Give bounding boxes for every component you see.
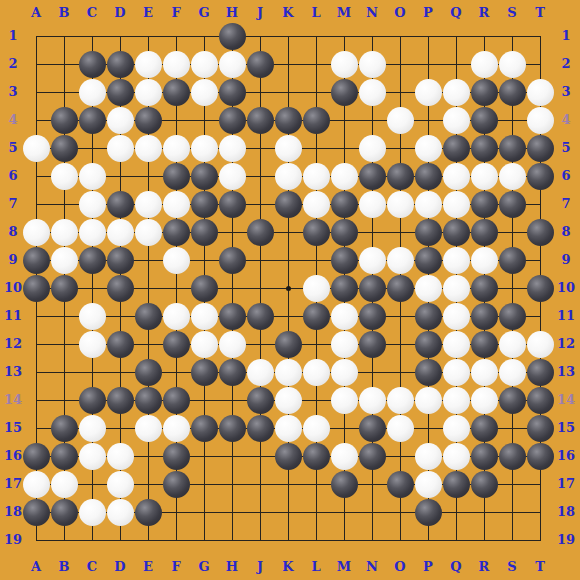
- stone-black: [415, 499, 442, 526]
- stone-white: [107, 135, 134, 162]
- stone-black: [527, 415, 554, 442]
- coord-label-right-1: 1: [553, 28, 579, 44]
- stone-white: [79, 79, 106, 106]
- go-board[interactable]: [0, 0, 580, 580]
- coord-label-top-F: F: [163, 5, 189, 21]
- stone-white: [275, 135, 302, 162]
- stone-black: [331, 275, 358, 302]
- stone-white: [163, 51, 190, 78]
- stone-black: [135, 387, 162, 414]
- stone-black: [107, 387, 134, 414]
- stone-white: [471, 247, 498, 274]
- stone-white: [79, 191, 106, 218]
- stone-black: [415, 247, 442, 274]
- coord-label-bottom-L: L: [303, 559, 329, 575]
- stone-black: [163, 219, 190, 246]
- stone-white: [443, 415, 470, 442]
- coord-label-right-6: 6: [553, 168, 579, 184]
- stone-black: [359, 303, 386, 330]
- stone-black: [331, 79, 358, 106]
- stone-white: [191, 51, 218, 78]
- stone-black: [387, 275, 414, 302]
- stone-black: [527, 387, 554, 414]
- stone-white: [331, 303, 358, 330]
- stone-white: [135, 219, 162, 246]
- stone-white: [219, 135, 246, 162]
- stone-white: [331, 359, 358, 386]
- coord-label-top-C: C: [79, 5, 105, 21]
- stone-white: [23, 219, 50, 246]
- stone-black: [191, 275, 218, 302]
- coord-label-top-P: P: [415, 5, 441, 21]
- stone-white: [443, 331, 470, 358]
- stone-black: [527, 275, 554, 302]
- stone-black: [471, 219, 498, 246]
- stone-black: [499, 443, 526, 470]
- coord-label-right-14: 14: [553, 392, 579, 408]
- coord-label-right-18: 18: [553, 504, 579, 520]
- stone-white: [359, 387, 386, 414]
- coord-label-top-Q: Q: [443, 5, 469, 21]
- stone-white: [107, 471, 134, 498]
- stone-black: [499, 387, 526, 414]
- stone-white: [387, 107, 414, 134]
- stone-white: [191, 79, 218, 106]
- stone-black: [163, 331, 190, 358]
- stone-white: [135, 79, 162, 106]
- stone-white: [163, 135, 190, 162]
- stone-white: [415, 135, 442, 162]
- stone-white: [191, 135, 218, 162]
- stone-white: [443, 247, 470, 274]
- coord-label-top-N: N: [359, 5, 385, 21]
- stone-black: [51, 107, 78, 134]
- stone-black: [107, 247, 134, 274]
- stone-white: [499, 331, 526, 358]
- stone-white: [499, 51, 526, 78]
- coord-label-left-19: 19: [0, 532, 26, 548]
- stone-white: [387, 247, 414, 274]
- stone-white: [303, 275, 330, 302]
- coord-label-right-4: 4: [553, 112, 579, 128]
- stone-black: [107, 191, 134, 218]
- stone-white: [443, 303, 470, 330]
- stone-black: [23, 443, 50, 470]
- stone-white: [247, 359, 274, 386]
- stone-white: [79, 303, 106, 330]
- coord-label-bottom-O: O: [387, 559, 413, 575]
- stone-white: [303, 163, 330, 190]
- stone-black: [471, 443, 498, 470]
- stone-white: [415, 191, 442, 218]
- stone-black: [51, 415, 78, 442]
- stone-black: [135, 303, 162, 330]
- coord-label-bottom-K: K: [275, 559, 301, 575]
- stone-black: [499, 191, 526, 218]
- stone-black: [79, 51, 106, 78]
- stone-black: [527, 443, 554, 470]
- coord-label-bottom-T: T: [527, 559, 553, 575]
- stone-white: [107, 499, 134, 526]
- stone-white: [359, 135, 386, 162]
- stone-white: [303, 415, 330, 442]
- stone-white: [387, 191, 414, 218]
- coord-label-top-J: J: [247, 5, 273, 21]
- stone-black: [219, 23, 246, 50]
- stone-black: [499, 247, 526, 274]
- stone-black: [387, 471, 414, 498]
- stone-white: [79, 331, 106, 358]
- stone-black: [443, 135, 470, 162]
- coord-label-left-15: 15: [0, 420, 26, 436]
- stone-black: [163, 471, 190, 498]
- coord-label-top-M: M: [331, 5, 357, 21]
- coord-label-left-1: 1: [0, 28, 26, 44]
- stone-black: [79, 247, 106, 274]
- stone-white: [471, 51, 498, 78]
- stone-white: [135, 191, 162, 218]
- stone-white: [527, 79, 554, 106]
- stone-white: [107, 219, 134, 246]
- stone-white: [107, 443, 134, 470]
- stone-white: [51, 219, 78, 246]
- coord-label-top-L: L: [303, 5, 329, 21]
- stone-white: [443, 443, 470, 470]
- stone-black: [303, 107, 330, 134]
- coord-label-left-7: 7: [0, 196, 26, 212]
- stone-black: [471, 135, 498, 162]
- stone-black: [275, 443, 302, 470]
- stone-black: [247, 219, 274, 246]
- stone-white: [219, 331, 246, 358]
- stone-white: [331, 163, 358, 190]
- stone-black: [331, 191, 358, 218]
- stone-white: [275, 359, 302, 386]
- stone-black: [135, 499, 162, 526]
- stone-black: [163, 387, 190, 414]
- stone-black: [163, 443, 190, 470]
- coord-label-bottom-F: F: [163, 559, 189, 575]
- stone-black: [415, 219, 442, 246]
- coord-label-right-15: 15: [553, 420, 579, 436]
- stone-white: [359, 79, 386, 106]
- stone-white: [331, 443, 358, 470]
- stone-black: [443, 219, 470, 246]
- coord-label-left-13: 13: [0, 364, 26, 380]
- stone-white: [275, 387, 302, 414]
- coord-label-left-4: 4: [0, 112, 26, 128]
- stone-black: [471, 331, 498, 358]
- stone-black: [247, 415, 274, 442]
- stone-white: [163, 415, 190, 442]
- stone-black: [415, 303, 442, 330]
- coord-label-left-2: 2: [0, 56, 26, 72]
- stone-black: [443, 471, 470, 498]
- stone-white: [219, 51, 246, 78]
- coord-label-right-5: 5: [553, 140, 579, 156]
- stone-white: [331, 51, 358, 78]
- stone-black: [51, 443, 78, 470]
- go-board-screen: AABBCCDDEEFFGGHHJJKKLLMMNNOOPPQQRRSSTT11…: [0, 0, 580, 580]
- stone-white: [303, 191, 330, 218]
- stone-white: [191, 331, 218, 358]
- stone-black: [23, 247, 50, 274]
- stone-black: [107, 331, 134, 358]
- stone-white: [79, 219, 106, 246]
- coord-label-left-12: 12: [0, 336, 26, 352]
- stone-black: [331, 471, 358, 498]
- coord-label-right-2: 2: [553, 56, 579, 72]
- stone-black: [219, 247, 246, 274]
- coord-label-right-10: 10: [553, 280, 579, 296]
- stone-white: [79, 163, 106, 190]
- stone-white: [499, 163, 526, 190]
- coord-label-right-7: 7: [553, 196, 579, 212]
- coord-label-bottom-J: J: [247, 559, 273, 575]
- stone-black: [51, 135, 78, 162]
- coord-label-bottom-P: P: [415, 559, 441, 575]
- coord-label-top-O: O: [387, 5, 413, 21]
- stone-white: [163, 303, 190, 330]
- coord-label-top-D: D: [107, 5, 133, 21]
- coord-label-bottom-Q: Q: [443, 559, 469, 575]
- stone-white: [443, 163, 470, 190]
- stone-black: [527, 163, 554, 190]
- stone-black: [471, 107, 498, 134]
- coord-label-bottom-S: S: [499, 559, 525, 575]
- stone-white: [415, 443, 442, 470]
- stone-black: [79, 107, 106, 134]
- coord-label-left-6: 6: [0, 168, 26, 184]
- stone-black: [471, 79, 498, 106]
- stone-black: [219, 359, 246, 386]
- stone-white: [275, 163, 302, 190]
- stone-black: [247, 387, 274, 414]
- stone-black: [107, 51, 134, 78]
- stone-white: [275, 415, 302, 442]
- stone-black: [359, 415, 386, 442]
- stone-black: [303, 219, 330, 246]
- coord-label-top-R: R: [471, 5, 497, 21]
- coord-label-bottom-M: M: [331, 559, 357, 575]
- coord-label-right-12: 12: [553, 336, 579, 352]
- coord-label-bottom-E: E: [135, 559, 161, 575]
- stone-white: [135, 415, 162, 442]
- stone-white: [415, 275, 442, 302]
- coord-label-top-S: S: [499, 5, 525, 21]
- stone-black: [359, 163, 386, 190]
- stone-white: [471, 387, 498, 414]
- stone-white: [79, 415, 106, 442]
- stone-white: [499, 359, 526, 386]
- coord-label-bottom-B: B: [51, 559, 77, 575]
- stone-black: [359, 275, 386, 302]
- stone-black: [499, 303, 526, 330]
- coord-label-bottom-A: A: [23, 559, 49, 575]
- stone-white: [163, 247, 190, 274]
- stone-white: [471, 359, 498, 386]
- coord-label-top-T: T: [527, 5, 553, 21]
- stone-black: [247, 303, 274, 330]
- coord-label-bottom-D: D: [107, 559, 133, 575]
- coord-label-top-A: A: [23, 5, 49, 21]
- coord-label-bottom-R: R: [471, 559, 497, 575]
- coord-label-left-3: 3: [0, 84, 26, 100]
- stone-white: [443, 79, 470, 106]
- stone-black: [219, 191, 246, 218]
- stone-white: [107, 107, 134, 134]
- stone-black: [191, 415, 218, 442]
- stone-black: [191, 191, 218, 218]
- stone-black: [415, 163, 442, 190]
- stone-black: [107, 275, 134, 302]
- stone-white: [443, 359, 470, 386]
- coord-label-left-14: 14: [0, 392, 26, 408]
- stone-black: [303, 303, 330, 330]
- coord-label-right-13: 13: [553, 364, 579, 380]
- coord-label-right-9: 9: [553, 252, 579, 268]
- stone-black: [51, 499, 78, 526]
- stone-white: [527, 331, 554, 358]
- stone-white: [527, 107, 554, 134]
- stone-black: [415, 331, 442, 358]
- stone-black: [219, 79, 246, 106]
- stone-black: [471, 275, 498, 302]
- stone-black: [499, 135, 526, 162]
- stone-black: [527, 219, 554, 246]
- stone-white: [135, 51, 162, 78]
- stone-white: [443, 387, 470, 414]
- stone-black: [275, 331, 302, 358]
- coord-label-bottom-N: N: [359, 559, 385, 575]
- stone-white: [331, 331, 358, 358]
- stone-black: [275, 107, 302, 134]
- stone-white: [443, 191, 470, 218]
- coord-label-top-G: G: [191, 5, 217, 21]
- star-point: [286, 286, 291, 291]
- stone-white: [415, 79, 442, 106]
- stone-white: [359, 51, 386, 78]
- stone-white: [359, 247, 386, 274]
- stone-black: [387, 163, 414, 190]
- coord-label-right-3: 3: [553, 84, 579, 100]
- stone-black: [163, 79, 190, 106]
- stone-black: [51, 275, 78, 302]
- stone-white: [191, 303, 218, 330]
- coord-label-bottom-H: H: [219, 559, 245, 575]
- coord-label-right-11: 11: [553, 308, 579, 324]
- stone-white: [415, 471, 442, 498]
- stone-white: [471, 163, 498, 190]
- stone-black: [331, 247, 358, 274]
- stone-black: [331, 219, 358, 246]
- stone-black: [23, 499, 50, 526]
- stone-white: [51, 247, 78, 274]
- stone-white: [163, 191, 190, 218]
- stone-black: [23, 275, 50, 302]
- stone-white: [331, 387, 358, 414]
- stone-white: [387, 387, 414, 414]
- stone-black: [107, 79, 134, 106]
- coord-label-left-11: 11: [0, 308, 26, 324]
- stone-black: [527, 135, 554, 162]
- stone-black: [191, 359, 218, 386]
- stone-white: [387, 415, 414, 442]
- stone-black: [359, 331, 386, 358]
- stone-white: [79, 499, 106, 526]
- stone-black: [471, 191, 498, 218]
- stone-black: [303, 443, 330, 470]
- stone-black: [191, 219, 218, 246]
- stone-white: [415, 387, 442, 414]
- coord-label-top-E: E: [135, 5, 161, 21]
- stone-white: [51, 471, 78, 498]
- stone-white: [443, 275, 470, 302]
- stone-white: [219, 163, 246, 190]
- stone-black: [359, 443, 386, 470]
- stone-white: [51, 163, 78, 190]
- stone-white: [303, 359, 330, 386]
- stone-black: [247, 51, 274, 78]
- stone-white: [23, 135, 50, 162]
- stone-white: [79, 443, 106, 470]
- stone-white: [23, 471, 50, 498]
- stone-black: [275, 191, 302, 218]
- stone-white: [359, 191, 386, 218]
- stone-white: [135, 135, 162, 162]
- coord-label-right-17: 17: [553, 476, 579, 492]
- coord-label-bottom-C: C: [79, 559, 105, 575]
- stone-black: [527, 359, 554, 386]
- stone-white: [443, 107, 470, 134]
- coord-label-top-K: K: [275, 5, 301, 21]
- stone-black: [499, 79, 526, 106]
- coord-label-right-8: 8: [553, 224, 579, 240]
- stone-black: [135, 359, 162, 386]
- stone-black: [471, 303, 498, 330]
- coord-label-top-B: B: [51, 5, 77, 21]
- stone-black: [79, 387, 106, 414]
- coord-label-top-H: H: [219, 5, 245, 21]
- stone-black: [191, 163, 218, 190]
- coord-label-right-19: 19: [553, 532, 579, 548]
- stone-black: [163, 163, 190, 190]
- stone-black: [247, 107, 274, 134]
- stone-black: [415, 359, 442, 386]
- stone-black: [471, 471, 498, 498]
- coord-label-bottom-G: G: [191, 559, 217, 575]
- stone-black: [471, 415, 498, 442]
- coord-label-right-16: 16: [553, 448, 579, 464]
- stone-black: [219, 415, 246, 442]
- stone-black: [219, 303, 246, 330]
- stone-black: [219, 107, 246, 134]
- stone-black: [135, 107, 162, 134]
